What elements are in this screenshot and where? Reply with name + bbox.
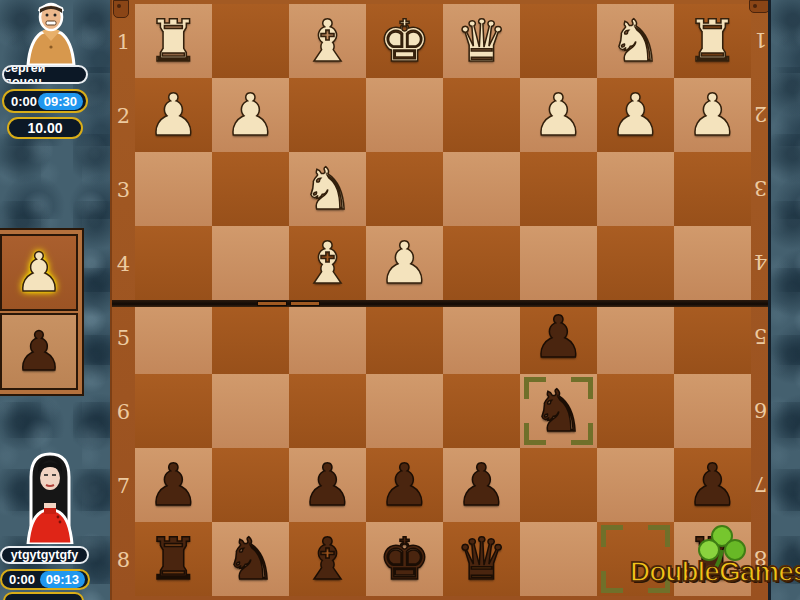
opponent-name: сергей доцен	[4, 65, 86, 84]
square-c6[interactable]: ♞	[520, 374, 597, 448]
player-name-pill: ytgytgytgfy	[0, 546, 89, 564]
rank-label-left-7: 7	[112, 448, 135, 522]
white-pawn-g2[interactable]: ♟	[212, 78, 289, 152]
white-knight-f3[interactable]: ♞	[289, 152, 366, 226]
black-pawn-a7[interactable]: ♟	[674, 448, 751, 522]
player-delay-clock: 0:00	[9, 572, 35, 587]
captured-tray: ♟ ♟	[0, 228, 84, 396]
black-bishop-f8[interactable]: ♝	[289, 522, 366, 596]
square-a3[interactable]	[674, 152, 751, 226]
black-queen-d8[interactable]: ♛	[443, 522, 520, 596]
black-pawn-c5[interactable]: ♟	[520, 300, 597, 374]
square-g8[interactable]: ♞	[212, 522, 289, 596]
black-king-e8[interactable]: ♚	[366, 522, 443, 596]
square-c5[interactable]: ♟	[520, 300, 597, 374]
square-e3[interactable]	[366, 152, 443, 226]
opponent-name-pill: сергей доцен	[2, 65, 88, 84]
square-c2[interactable]: ♟	[520, 78, 597, 152]
square-e2[interactable]	[366, 78, 443, 152]
square-b1[interactable]: ♞	[597, 4, 674, 78]
rank-label-left-4: 4	[112, 226, 135, 300]
black-pawn-h7[interactable]: ♟	[135, 448, 212, 522]
opponent-delay-clock: 0:00	[11, 94, 37, 109]
square-h6[interactable]	[135, 374, 212, 448]
board-hinge	[290, 301, 320, 306]
selection-bracket	[601, 525, 623, 547]
rank-label-left-6: 6	[112, 374, 135, 448]
square-d4[interactable]	[443, 226, 520, 300]
square-f2[interactable]	[289, 78, 366, 152]
black-pawn-d7[interactable]: ♟	[443, 448, 520, 522]
square-a6[interactable]	[674, 374, 751, 448]
sidebar: сергей доцен 0:00 09:30 10.00 ♟ ♟	[0, 0, 110, 600]
square-e6[interactable]	[366, 374, 443, 448]
selection-bracket	[571, 423, 593, 445]
rank-label-left-5: 5	[112, 300, 135, 374]
captured-black-pawn: ♟	[4, 317, 74, 387]
opponent-avatar	[16, 1, 86, 65]
square-d6[interactable]	[443, 374, 520, 448]
black-pawn-f7[interactable]: ♟	[289, 448, 366, 522]
square-c4[interactable]	[520, 226, 597, 300]
square-d1[interactable]: ♛	[443, 4, 520, 78]
square-a5[interactable]	[674, 300, 751, 374]
captured-cell-black: ♟	[0, 313, 78, 390]
square-g5[interactable]	[212, 300, 289, 374]
square-c1[interactable]	[520, 4, 597, 78]
white-pawn-e4[interactable]: ♟	[366, 226, 443, 300]
square-f7[interactable]: ♟	[289, 448, 366, 522]
selection-bracket	[601, 571, 623, 593]
square-f5[interactable]	[289, 300, 366, 374]
player-extra-pill	[3, 592, 84, 600]
square-h2[interactable]: ♟	[135, 78, 212, 152]
square-c7[interactable]	[520, 448, 597, 522]
square-b7[interactable]	[597, 448, 674, 522]
square-a2[interactable]: ♟	[674, 78, 751, 152]
square-d2[interactable]	[443, 78, 520, 152]
black-knight-g8[interactable]: ♞	[212, 522, 289, 596]
white-pawn-h2[interactable]: ♟	[135, 78, 212, 152]
player-clock-pill: 0:00 09:13	[0, 569, 90, 590]
board-clasp-left	[113, 0, 129, 18]
square-h3[interactable]	[135, 152, 212, 226]
square-g2[interactable]: ♟	[212, 78, 289, 152]
rank-label-left-2: 2	[112, 78, 135, 152]
square-f1[interactable]: ♝	[289, 4, 366, 78]
square-f4[interactable]: ♝	[289, 226, 366, 300]
square-d8[interactable]: ♛	[443, 522, 520, 596]
black-pawn-e7[interactable]: ♟	[366, 448, 443, 522]
square-g6[interactable]	[212, 374, 289, 448]
square-d5[interactable]	[443, 300, 520, 374]
square-h5[interactable]	[135, 300, 212, 374]
white-queen-d1[interactable]: ♛	[443, 4, 520, 78]
white-king-e1[interactable]: ♚	[366, 4, 443, 78]
square-e7[interactable]: ♟	[366, 448, 443, 522]
square-a4[interactable]	[674, 226, 751, 300]
square-g3[interactable]	[212, 152, 289, 226]
square-a7[interactable]: ♟	[674, 448, 751, 522]
doublegames-logo[interactable]: DoubleGames	[630, 556, 800, 596]
selection-bracket	[524, 423, 546, 445]
square-f3[interactable]: ♞	[289, 152, 366, 226]
white-knight-b1[interactable]: ♞	[597, 4, 674, 78]
square-h8[interactable]: ♜	[135, 522, 212, 596]
selection-bracket	[524, 377, 546, 399]
white-pawn-b2[interactable]: ♟	[597, 78, 674, 152]
stake-pill: 10.00	[7, 117, 83, 139]
square-d3[interactable]	[443, 152, 520, 226]
black-rook-h8[interactable]: ♜	[135, 522, 212, 596]
square-f8[interactable]: ♝	[289, 522, 366, 596]
white-bishop-f4[interactable]: ♝	[289, 226, 366, 300]
board-frame: ♜♝♚♛♞♜♟♟♟♟♟♞♝♟♟♞♟♟♟♟♟♜♞♝♚♛♜ 12345678 123…	[110, 0, 768, 600]
square-e8[interactable]: ♚	[366, 522, 443, 596]
selection-bracket	[648, 525, 670, 547]
white-pawn-c2[interactable]: ♟	[520, 78, 597, 152]
square-b2[interactable]: ♟	[597, 78, 674, 152]
captured-white-pawn: ♟	[4, 238, 74, 308]
square-g4[interactable]	[212, 226, 289, 300]
square-h7[interactable]: ♟	[135, 448, 212, 522]
square-e4[interactable]: ♟	[366, 226, 443, 300]
board-hinge	[257, 301, 287, 306]
square-a1[interactable]: ♜	[674, 4, 751, 78]
white-rook-h1[interactable]: ♜	[135, 4, 212, 78]
captured-cell-white: ♟	[0, 234, 78, 311]
white-rook-a1[interactable]: ♜	[674, 4, 751, 78]
player-name: ytgytgytgfy	[11, 548, 78, 562]
opponent-clock-pill: 0:00 09:30	[2, 89, 88, 113]
square-g7[interactable]	[212, 448, 289, 522]
square-h4[interactable]	[135, 226, 212, 300]
square-c3[interactable]	[520, 152, 597, 226]
square-b4[interactable]	[597, 226, 674, 300]
board-clasp-right	[749, 0, 770, 13]
rank-label-left-3: 3	[112, 152, 135, 226]
opponent-main-clock: 09:30	[38, 93, 83, 110]
square-b5[interactable]	[597, 300, 674, 374]
square-h1[interactable]: ♜	[135, 4, 212, 78]
square-c8[interactable]	[520, 522, 597, 596]
selection-bracket	[571, 377, 593, 399]
rank-label-left-8: 8	[112, 522, 135, 596]
square-g1[interactable]	[212, 4, 289, 78]
square-f6[interactable]	[289, 374, 366, 448]
board-fold-seam	[112, 300, 770, 307]
square-d7[interactable]: ♟	[443, 448, 520, 522]
player-avatar	[14, 447, 86, 544]
player-main-clock: 09:13	[40, 571, 85, 588]
square-b3[interactable]	[597, 152, 674, 226]
white-pawn-a2[interactable]: ♟	[674, 78, 751, 152]
right-border-strip	[768, 0, 800, 600]
stake-amount: 10.00	[27, 120, 62, 136]
square-e5[interactable]	[366, 300, 443, 374]
doublegames-logo-text: DoubleGames	[630, 556, 800, 587]
game-window: сергей доцен 0:00 09:30 10.00 ♟ ♟	[0, 0, 800, 600]
square-b6[interactable]	[597, 374, 674, 448]
white-bishop-f1[interactable]: ♝	[289, 4, 366, 78]
square-e1[interactable]: ♚	[366, 4, 443, 78]
